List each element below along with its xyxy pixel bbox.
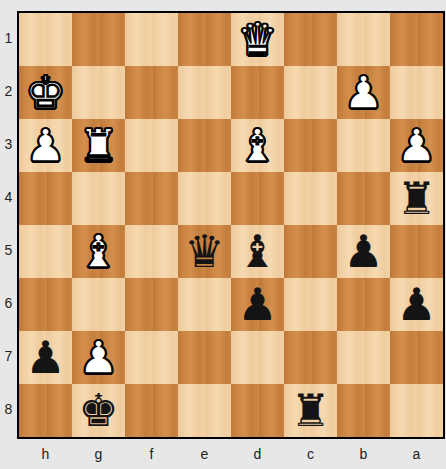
square-a4[interactable]: ♜ <box>390 172 443 225</box>
square-f6[interactable] <box>125 278 178 331</box>
square-h1[interactable] <box>19 13 72 66</box>
square-g7[interactable]: ♟ <box>72 331 125 384</box>
square-e3[interactable] <box>178 119 231 172</box>
square-g4[interactable] <box>72 172 125 225</box>
white-bishop-g5[interactable]: ♝ <box>72 225 125 278</box>
black-bishop-d5[interactable]: ♝ <box>231 225 284 278</box>
chess-diagram: 12345678 ♛♚♟♟♜♝♟♜♝♛♝♟♟♟♟♟♚♜ hgfedcba <box>0 0 446 469</box>
file-label-f: f <box>125 439 178 469</box>
black-king-g8[interactable]: ♚ <box>72 384 125 437</box>
square-g3[interactable]: ♜ <box>72 119 125 172</box>
rank-label-1: 1 <box>0 11 17 64</box>
file-label-a: a <box>390 439 443 469</box>
square-g8[interactable]: ♚ <box>72 384 125 437</box>
square-b5[interactable]: ♟ <box>337 225 390 278</box>
square-e5[interactable]: ♛ <box>178 225 231 278</box>
square-b1[interactable] <box>337 13 390 66</box>
square-d5[interactable]: ♝ <box>231 225 284 278</box>
square-c7[interactable] <box>284 331 337 384</box>
file-label-e: e <box>178 439 231 469</box>
square-d2[interactable] <box>231 66 284 119</box>
square-d6[interactable]: ♟ <box>231 278 284 331</box>
square-b3[interactable] <box>337 119 390 172</box>
file-label-g: g <box>72 439 125 469</box>
square-c5[interactable] <box>284 225 337 278</box>
rank-labels: 12345678 <box>0 11 17 439</box>
square-g2[interactable] <box>72 66 125 119</box>
square-d4[interactable] <box>231 172 284 225</box>
black-queen-e5[interactable]: ♛ <box>178 225 231 278</box>
square-b8[interactable] <box>337 384 390 437</box>
file-label-d: d <box>231 439 284 469</box>
square-a2[interactable] <box>390 66 443 119</box>
square-c8[interactable]: ♜ <box>284 384 337 437</box>
rank-label-7: 7 <box>0 329 17 382</box>
square-f1[interactable] <box>125 13 178 66</box>
square-g1[interactable] <box>72 13 125 66</box>
rank-label-8: 8 <box>0 382 17 435</box>
square-a3[interactable]: ♟ <box>390 119 443 172</box>
square-e2[interactable] <box>178 66 231 119</box>
square-f7[interactable] <box>125 331 178 384</box>
black-pawn-h7[interactable]: ♟ <box>19 331 72 384</box>
file-label-h: h <box>19 439 72 469</box>
square-c4[interactable] <box>284 172 337 225</box>
square-h5[interactable] <box>19 225 72 278</box>
square-f8[interactable] <box>125 384 178 437</box>
square-f4[interactable] <box>125 172 178 225</box>
white-rook-g3[interactable]: ♜ <box>72 119 125 172</box>
chess-board: ♛♚♟♟♜♝♟♜♝♛♝♟♟♟♟♟♚♜ <box>17 11 445 439</box>
square-b6[interactable] <box>337 278 390 331</box>
square-f5[interactable] <box>125 225 178 278</box>
file-label-c: c <box>284 439 337 469</box>
square-f3[interactable] <box>125 119 178 172</box>
white-pawn-b2[interactable]: ♟ <box>337 66 390 119</box>
white-queen-d1[interactable]: ♛ <box>231 13 284 66</box>
square-c3[interactable] <box>284 119 337 172</box>
square-h8[interactable] <box>19 384 72 437</box>
file-labels: hgfedcba <box>19 439 443 469</box>
square-c2[interactable] <box>284 66 337 119</box>
black-rook-c8[interactable]: ♜ <box>284 384 337 437</box>
rank-label-5: 5 <box>0 223 17 276</box>
black-pawn-b5[interactable]: ♟ <box>337 225 390 278</box>
square-b7[interactable] <box>337 331 390 384</box>
square-g5[interactable]: ♝ <box>72 225 125 278</box>
rank-label-4: 4 <box>0 170 17 223</box>
board-area: 12345678 ♛♚♟♟♜♝♟♜♝♛♝♟♟♟♟♟♚♜ <box>0 0 446 439</box>
square-e8[interactable] <box>178 384 231 437</box>
square-h3[interactable]: ♟ <box>19 119 72 172</box>
black-pawn-d6[interactable]: ♟ <box>231 278 284 331</box>
black-rook-a4[interactable]: ♜ <box>390 172 443 225</box>
square-f2[interactable] <box>125 66 178 119</box>
rank-label-2: 2 <box>0 64 17 117</box>
square-a8[interactable] <box>390 384 443 437</box>
square-c1[interactable] <box>284 13 337 66</box>
white-pawn-h3[interactable]: ♟ <box>19 119 72 172</box>
square-a1[interactable] <box>390 13 443 66</box>
black-pawn-a6[interactable]: ♟ <box>390 278 443 331</box>
square-e7[interactable] <box>178 331 231 384</box>
square-b2[interactable]: ♟ <box>337 66 390 119</box>
square-e6[interactable] <box>178 278 231 331</box>
white-king-h2[interactable]: ♚ <box>19 66 72 119</box>
rank-label-3: 3 <box>0 117 17 170</box>
square-h6[interactable] <box>19 278 72 331</box>
square-e1[interactable] <box>178 13 231 66</box>
square-a6[interactable]: ♟ <box>390 278 443 331</box>
square-e4[interactable] <box>178 172 231 225</box>
square-a5[interactable] <box>390 225 443 278</box>
square-h7[interactable]: ♟ <box>19 331 72 384</box>
rank-label-6: 6 <box>0 276 17 329</box>
square-b4[interactable] <box>337 172 390 225</box>
square-d8[interactable] <box>231 384 284 437</box>
square-a7[interactable] <box>390 331 443 384</box>
square-d7[interactable] <box>231 331 284 384</box>
white-pawn-a3[interactable]: ♟ <box>390 119 443 172</box>
square-g6[interactable] <box>72 278 125 331</box>
square-h4[interactable] <box>19 172 72 225</box>
white-bishop-d3[interactable]: ♝ <box>231 119 284 172</box>
square-d3[interactable]: ♝ <box>231 119 284 172</box>
file-label-b: b <box>337 439 390 469</box>
square-c6[interactable] <box>284 278 337 331</box>
square-h2[interactable]: ♚ <box>19 66 72 119</box>
square-d1[interactable]: ♛ <box>231 13 284 66</box>
white-pawn-g7[interactable]: ♟ <box>72 331 125 384</box>
